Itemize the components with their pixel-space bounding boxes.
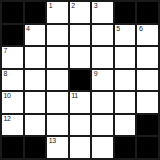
clue-number: 13: [49, 137, 56, 145]
black-cell: [137, 2, 158, 23]
white-cell[interactable]: [115, 115, 136, 136]
crossword-grid: 12345678910111213: [0, 0, 160, 160]
white-cell[interactable]: [92, 115, 113, 136]
clue-number: 11: [71, 92, 78, 100]
white-cell[interactable]: 7: [2, 47, 23, 68]
clue-number: 3: [94, 2, 98, 10]
white-cell[interactable]: [47, 92, 68, 113]
clue-number: 7: [4, 47, 8, 55]
white-cell[interactable]: 8: [2, 70, 23, 91]
white-cell[interactable]: [47, 47, 68, 68]
black-cell: [2, 25, 23, 46]
white-cell[interactable]: 2: [70, 2, 91, 23]
white-cell[interactable]: 13: [47, 137, 68, 158]
black-cell: [115, 137, 136, 158]
clue-number: 8: [4, 70, 8, 78]
white-cell[interactable]: [25, 70, 46, 91]
clue-number: 12: [4, 115, 11, 123]
clue-number: 1: [49, 2, 53, 10]
clue-number: 10: [4, 92, 11, 100]
white-cell[interactable]: [47, 70, 68, 91]
white-cell[interactable]: 10: [2, 92, 23, 113]
white-cell[interactable]: [47, 25, 68, 46]
black-cell: [25, 137, 46, 158]
white-cell[interactable]: [47, 115, 68, 136]
white-cell[interactable]: [137, 47, 158, 68]
clue-number: 2: [71, 2, 75, 10]
clue-number: 5: [116, 25, 120, 33]
white-cell[interactable]: 3: [92, 2, 113, 23]
white-cell[interactable]: [137, 92, 158, 113]
white-cell[interactable]: 11: [70, 92, 91, 113]
black-cell: [25, 2, 46, 23]
white-cell[interactable]: 5: [115, 25, 136, 46]
white-cell[interactable]: [92, 25, 113, 46]
white-cell[interactable]: [137, 70, 158, 91]
white-cell[interactable]: 9: [92, 70, 113, 91]
white-cell[interactable]: [92, 137, 113, 158]
white-cell[interactable]: 4: [25, 25, 46, 46]
white-cell[interactable]: [70, 137, 91, 158]
white-cell[interactable]: [115, 47, 136, 68]
white-cell[interactable]: 1: [47, 2, 68, 23]
black-cell: [137, 115, 158, 136]
white-cell[interactable]: [25, 47, 46, 68]
black-cell: [2, 2, 23, 23]
black-cell: [115, 2, 136, 23]
clue-number: 6: [139, 25, 143, 33]
white-cell[interactable]: [92, 47, 113, 68]
black-cell: [70, 70, 91, 91]
white-cell[interactable]: 6: [137, 25, 158, 46]
white-cell[interactable]: [25, 115, 46, 136]
white-cell[interactable]: [115, 70, 136, 91]
clue-number: 9: [94, 70, 98, 78]
white-cell[interactable]: [70, 25, 91, 46]
black-cell: [2, 137, 23, 158]
white-cell[interactable]: [115, 92, 136, 113]
black-cell: [137, 137, 158, 158]
white-cell[interactable]: [25, 92, 46, 113]
white-cell[interactable]: [70, 47, 91, 68]
clue-number: 4: [26, 25, 30, 33]
white-cell[interactable]: 12: [2, 115, 23, 136]
white-cell[interactable]: [92, 92, 113, 113]
white-cell[interactable]: [70, 115, 91, 136]
